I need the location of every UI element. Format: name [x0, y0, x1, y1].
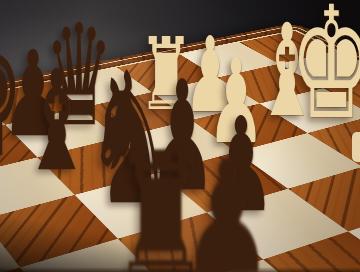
chess-photo-scene: ♚♟♛♝♞♟♜♟♟♜♟♟♝♚: [0, 0, 360, 272]
black-knight-piece: ♞: [79, 48, 181, 230]
white-pawn-right-piece: ♟: [204, 44, 269, 160]
black-pawn-front-piece: ♟: [175, 139, 279, 272]
black-queen-piece: ♛: [41, 6, 118, 146]
white-king-piece: ♚: [285, 0, 360, 141]
white-rook-piece: ♜: [135, 25, 197, 125]
black-bishop-piece: ♝: [17, 53, 97, 191]
cropped-light-piece-base: [352, 132, 360, 162]
pieces-layer: ♚♟♛♝♞♟♜♟♟♜♟♟♝♚: [0, 0, 360, 272]
black-pawn-back-piece: ♟: [0, 35, 68, 153]
white-pawn-left-piece: ♟: [181, 23, 239, 127]
black-pawn-mid-piece: ♟: [144, 61, 220, 213]
black-pawn-right-piece: ♟: [202, 100, 280, 230]
white-bishop-piece: ♝: [252, 7, 322, 135]
black-rook-piece: ♜: [104, 130, 218, 272]
black-king-piece: ♚: [0, 7, 31, 182]
